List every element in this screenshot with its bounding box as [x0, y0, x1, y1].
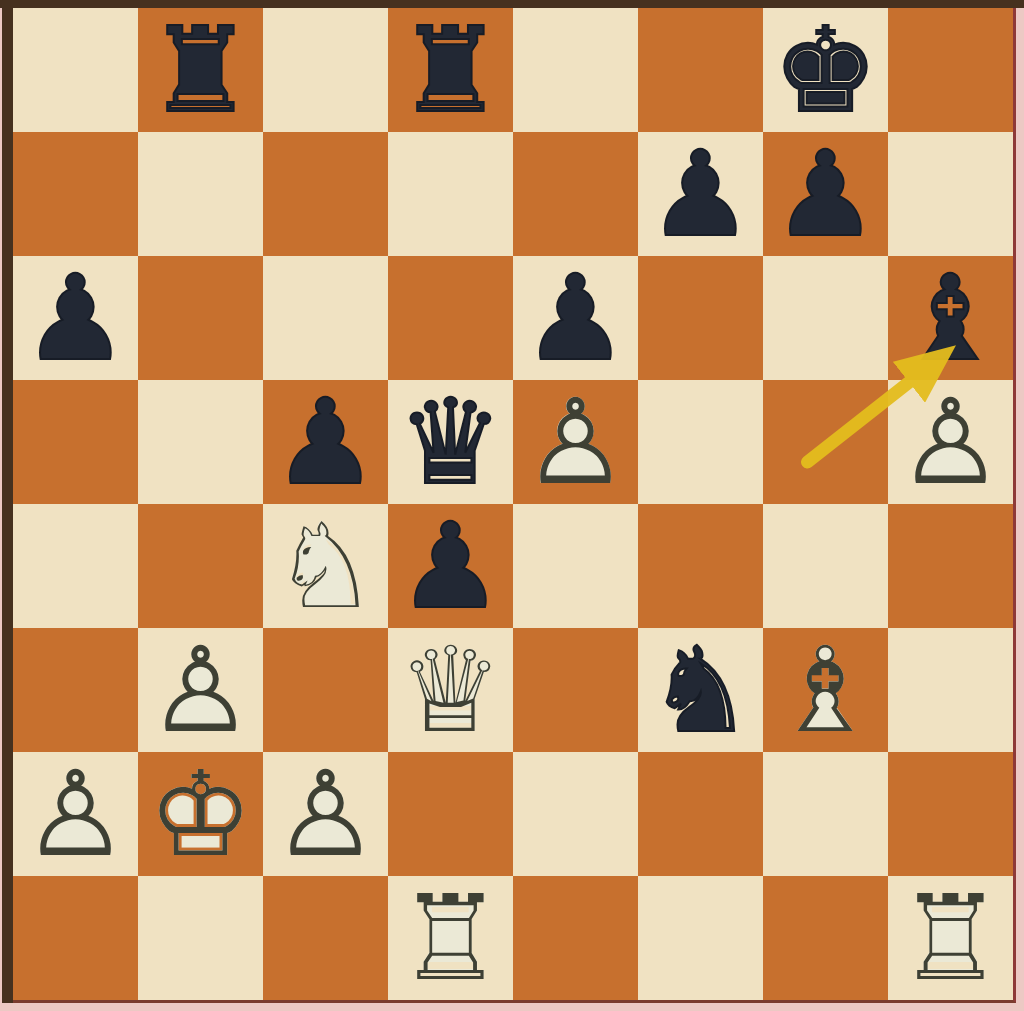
white-pawn-piece[interactable]: ♟♙ — [263, 752, 388, 876]
black-knight-piece[interactable]: ♞ — [638, 628, 763, 752]
square-c5[interactable]: ♟ — [263, 380, 388, 504]
square-a2[interactable]: ♟♙ — [13, 752, 138, 876]
square-g1[interactable] — [763, 876, 888, 1000]
square-b2[interactable]: ♚♔ — [138, 752, 263, 876]
square-c1[interactable] — [263, 876, 388, 1000]
square-d3[interactable]: ♛♕ — [388, 628, 513, 752]
square-g6[interactable] — [763, 256, 888, 380]
square-b7[interactable] — [138, 132, 263, 256]
black-queen-piece[interactable]: ♛ — [388, 380, 513, 504]
square-b8[interactable]: ♜ — [138, 8, 263, 132]
square-a3[interactable] — [13, 628, 138, 752]
square-g3[interactable]: ♝♗ — [763, 628, 888, 752]
black-pawn-piece[interactable]: ♟ — [263, 380, 388, 504]
square-e6[interactable]: ♟ — [513, 256, 638, 380]
white-pawn-piece[interactable]: ♟♙ — [13, 752, 138, 876]
chess-diagram: ♜♜♚♟♟♟♟♝♟♛♟♙♟♙♞♘♟♟♙♛♕♞♝♗♟♙♚♔♟♙♜♖♜♖ — [0, 0, 1024, 1011]
square-e5[interactable]: ♟♙ — [513, 380, 638, 504]
square-h6[interactable]: ♝ — [888, 256, 1013, 380]
square-g8[interactable]: ♚ — [763, 8, 888, 132]
black-pawn-piece[interactable]: ♟ — [638, 132, 763, 256]
square-e4[interactable] — [513, 504, 638, 628]
black-pawn-piece[interactable]: ♟ — [388, 504, 513, 628]
white-rook-piece[interactable]: ♜♖ — [888, 876, 1013, 1000]
square-e2[interactable] — [513, 752, 638, 876]
square-a5[interactable] — [13, 380, 138, 504]
black-rook-piece[interactable]: ♜ — [388, 8, 513, 132]
black-pawn-piece[interactable]: ♟ — [13, 256, 138, 380]
square-f4[interactable] — [638, 504, 763, 628]
white-king-piece[interactable]: ♚♔ — [138, 752, 263, 876]
square-h2[interactable] — [888, 752, 1013, 876]
square-e8[interactable] — [513, 8, 638, 132]
square-d6[interactable] — [388, 256, 513, 380]
square-d5[interactable]: ♛ — [388, 380, 513, 504]
square-e7[interactable] — [513, 132, 638, 256]
square-f3[interactable]: ♞ — [638, 628, 763, 752]
chess-board: ♜♜♚♟♟♟♟♝♟♛♟♙♟♙♞♘♟♟♙♛♕♞♝♗♟♙♚♔♟♙♜♖♜♖ — [13, 8, 1016, 1003]
square-e3[interactable] — [513, 628, 638, 752]
white-pawn-piece[interactable]: ♟♙ — [138, 628, 263, 752]
white-pawn-piece[interactable]: ♟♙ — [888, 380, 1013, 504]
black-rook-piece[interactable]: ♜ — [138, 8, 263, 132]
square-f8[interactable] — [638, 8, 763, 132]
square-a4[interactable] — [13, 504, 138, 628]
square-d7[interactable] — [388, 132, 513, 256]
black-pawn-piece[interactable]: ♟ — [513, 256, 638, 380]
square-h5[interactable]: ♟♙ — [888, 380, 1013, 504]
square-c6[interactable] — [263, 256, 388, 380]
square-g5[interactable] — [763, 380, 888, 504]
square-f7[interactable]: ♟ — [638, 132, 763, 256]
square-b6[interactable] — [138, 256, 263, 380]
square-c3[interactable] — [263, 628, 388, 752]
square-h1[interactable]: ♜♖ — [888, 876, 1013, 1000]
white-bishop-piece[interactable]: ♝♗ — [763, 628, 888, 752]
white-queen-piece[interactable]: ♛♕ — [388, 628, 513, 752]
black-bishop-piece[interactable]: ♝ — [888, 256, 1013, 380]
square-d8[interactable]: ♜ — [388, 8, 513, 132]
square-d1[interactable]: ♜♖ — [388, 876, 513, 1000]
square-c8[interactable] — [263, 8, 388, 132]
square-g2[interactable] — [763, 752, 888, 876]
square-g7[interactable]: ♟ — [763, 132, 888, 256]
square-h3[interactable] — [888, 628, 1013, 752]
square-d4[interactable]: ♟ — [388, 504, 513, 628]
square-b5[interactable] — [138, 380, 263, 504]
square-a7[interactable] — [13, 132, 138, 256]
square-a1[interactable] — [13, 876, 138, 1000]
square-c4[interactable]: ♞♘ — [263, 504, 388, 628]
square-e1[interactable] — [513, 876, 638, 1000]
white-pawn-piece[interactable]: ♟♙ — [513, 380, 638, 504]
black-pawn-piece[interactable]: ♟ — [763, 132, 888, 256]
square-h8[interactable] — [888, 8, 1013, 132]
square-a6[interactable]: ♟ — [13, 256, 138, 380]
black-king-piece[interactable]: ♚ — [763, 8, 888, 132]
square-f2[interactable] — [638, 752, 763, 876]
square-c2[interactable]: ♟♙ — [263, 752, 388, 876]
square-b3[interactable]: ♟♙ — [138, 628, 263, 752]
square-f5[interactable] — [638, 380, 763, 504]
square-a8[interactable] — [13, 8, 138, 132]
square-h4[interactable] — [888, 504, 1013, 628]
square-f6[interactable] — [638, 256, 763, 380]
square-b1[interactable] — [138, 876, 263, 1000]
white-rook-piece[interactable]: ♜♖ — [388, 876, 513, 1000]
square-h7[interactable] — [888, 132, 1013, 256]
square-b4[interactable] — [138, 504, 263, 628]
board-frame-left — [2, 0, 13, 1003]
square-d2[interactable] — [388, 752, 513, 876]
white-knight-piece[interactable]: ♞♘ — [263, 504, 388, 628]
square-f1[interactable] — [638, 876, 763, 1000]
square-g4[interactable] — [763, 504, 888, 628]
square-c7[interactable] — [263, 132, 388, 256]
